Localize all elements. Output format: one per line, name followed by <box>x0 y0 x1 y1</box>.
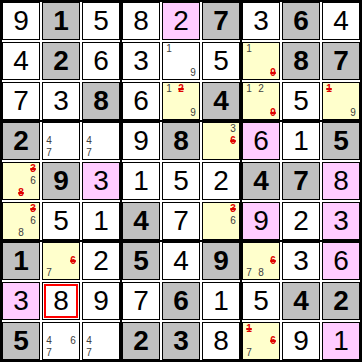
solved-digit: 9 <box>243 203 279 239</box>
candidate: 7 <box>43 267 55 279</box>
cell-r6c4[interactable]: 4 <box>122 202 160 240</box>
eliminated-candidate: 3 <box>27 203 39 215</box>
cell-r4c4[interactable]: 9 <box>122 122 160 160</box>
cell-r3c1[interactable]: 7 <box>2 82 40 120</box>
solved-digit: 1 <box>123 163 159 199</box>
given-digit: 4 <box>283 283 319 319</box>
cell-r1c2[interactable]: 1 <box>42 2 80 40</box>
solved-digit: 5 <box>243 283 279 319</box>
cell-r6c7[interactable]: 9 <box>242 202 280 240</box>
solved-digit: 4 <box>323 3 359 39</box>
solved-digit: 7 <box>123 283 159 319</box>
solved-digit: 6 <box>123 83 159 119</box>
candidate: 7 <box>243 347 255 359</box>
cell-r2c8[interactable]: 8 <box>282 42 320 80</box>
given-digit: 1 <box>43 3 79 39</box>
candidate: 4 <box>43 335 55 347</box>
given-digit: 9 <box>203 243 239 279</box>
cell-r5c7[interactable]: 4 <box>242 162 280 200</box>
cell-r6c6[interactable]: 36 <box>202 202 240 240</box>
given-digit: 5 <box>3 323 39 359</box>
cell-r5c1[interactable]: 368 <box>2 162 40 200</box>
cell-r4c5[interactable]: 8 <box>162 122 200 160</box>
cell-r9c3[interactable]: 47 <box>82 322 120 360</box>
cell-r2c7[interactable]: 19 <box>242 42 280 80</box>
cell-r4c2[interactable]: 47 <box>42 122 80 160</box>
cell-r7c9[interactable]: 6 <box>322 242 360 280</box>
cell-r2c4[interactable]: 3 <box>122 42 160 80</box>
solved-digit: 3 <box>323 203 359 239</box>
solved-digit: 6 <box>243 123 279 159</box>
solved-digit: 6 <box>323 243 359 279</box>
solved-digit: 3 <box>283 243 319 279</box>
cell-r6c8[interactable]: 2 <box>282 202 320 240</box>
cell-r3c4[interactable]: 6 <box>122 82 160 120</box>
cell-r4c6[interactable]: 36 <box>202 122 240 160</box>
eliminated-candidate: 6 <box>267 335 279 347</box>
given-digit: 1 <box>3 243 39 279</box>
solved-digit: 2 <box>283 203 319 239</box>
cell-r5c6[interactable]: 2 <box>202 162 240 200</box>
cell-r8c5[interactable]: 6 <box>162 282 200 320</box>
candidate: 1 <box>163 43 175 55</box>
eliminated-candidate: 2 <box>175 83 187 95</box>
cell-r3c2[interactable]: 3 <box>42 82 80 120</box>
given-digit: 4 <box>243 163 279 199</box>
candidate-grid: 678 <box>243 243 279 279</box>
solved-digit: 1 <box>283 123 319 159</box>
given-digit: 8 <box>283 43 319 79</box>
given-digit: 8 <box>83 83 119 119</box>
cell-r9c2[interactable]: 467 <box>42 322 80 360</box>
solved-digit: 3 <box>243 3 279 39</box>
solved-digit: 5 <box>43 203 79 239</box>
cell-r5c4[interactable]: 1 <box>122 162 160 200</box>
cell-r9c7[interactable]: 167 <box>242 322 280 360</box>
candidate: 9 <box>187 67 199 79</box>
candidate: 8 <box>255 267 267 279</box>
given-digit: 2 <box>123 323 159 359</box>
solved-digit: 5 <box>203 43 239 79</box>
cell-r9c5[interactable]: 3 <box>162 322 200 360</box>
candidate-grid: 47 <box>43 123 79 159</box>
cell-r9c1[interactable]: 5 <box>2 322 40 360</box>
cell-r8c8[interactable]: 4 <box>282 282 320 320</box>
candidate-grid: 67 <box>43 243 79 279</box>
cell-r8c6[interactable]: 1 <box>202 282 240 320</box>
solved-digit: 4 <box>163 243 199 279</box>
solved-digit: 2 <box>83 243 119 279</box>
candidate: 1 <box>243 43 255 55</box>
solved-digit: 3 <box>43 83 79 119</box>
cell-r8c4[interactable]: 7 <box>122 282 160 320</box>
cell-r5c5[interactable]: 5 <box>162 162 200 200</box>
candidate-grid: 36 <box>203 203 239 239</box>
cell-r3c8[interactable]: 5 <box>282 82 320 120</box>
cell-r4c1[interactable]: 2 <box>2 122 40 160</box>
candidate: 9 <box>187 107 199 119</box>
solved-digit: 2 <box>203 163 239 199</box>
candidate-grid: 19 <box>163 43 199 79</box>
cell-r1c9[interactable]: 4 <box>322 2 360 40</box>
cell-r4c9[interactable]: 5 <box>322 122 360 160</box>
given-digit: 2 <box>323 283 359 319</box>
cell-r7c6[interactable]: 9 <box>202 242 240 280</box>
candidate: 7 <box>43 147 55 159</box>
solved-digit: 8 <box>123 3 159 39</box>
candidate: 7 <box>43 347 55 359</box>
given-digit: 4 <box>203 83 239 119</box>
cell-r5c9[interactable]: 8 <box>322 162 360 200</box>
candidate-grid: 467 <box>43 323 79 359</box>
given-digit: 2 <box>3 123 39 159</box>
solved-digit: 9 <box>83 283 119 319</box>
candidate: 7 <box>83 347 95 359</box>
eliminated-candidate: 9 <box>267 67 279 79</box>
cell-r7c8[interactable]: 3 <box>282 242 320 280</box>
cell-r8c2[interactable]: 8 <box>42 282 80 320</box>
cell-r2c5[interactable]: 19 <box>162 42 200 80</box>
cell-r6c1[interactable]: 368 <box>2 202 40 240</box>
solved-digit: 2 <box>163 3 199 39</box>
cell-r9c9[interactable]: 1 <box>322 322 360 360</box>
candidate: 3 <box>227 123 239 135</box>
cell-r3c7[interactable]: 129 <box>242 82 280 120</box>
candidate: 2 <box>255 83 267 95</box>
cell-r1c3[interactable]: 5 <box>82 2 120 40</box>
eliminated-candidate: 3 <box>227 203 239 215</box>
eliminated-candidate: 1 <box>323 83 335 95</box>
cell-r1c5[interactable]: 2 <box>162 2 200 40</box>
solved-digit: 3 <box>3 283 39 319</box>
eliminated-candidate: 8 <box>15 187 27 199</box>
eliminated-candidate: 6 <box>267 255 279 267</box>
solved-digit: 5 <box>163 163 199 199</box>
cell-r7c7[interactable]: 678 <box>242 242 280 280</box>
cell-r7c4[interactable]: 5 <box>122 242 160 280</box>
cell-r9c6[interactable]: 8 <box>202 322 240 360</box>
given-digit: 2 <box>43 43 79 79</box>
cell-r5c2[interactable]: 9 <box>42 162 80 200</box>
candidate-grid: 19 <box>323 83 359 119</box>
solved-digit: 9 <box>123 123 159 159</box>
given-digit: 7 <box>283 163 319 199</box>
sudoku-board: 9158273644263195198773861294129519247479… <box>0 0 362 362</box>
solved-digit: 8 <box>203 323 239 359</box>
cell-r2c3[interactable]: 6 <box>82 42 120 80</box>
solved-digit: 3 <box>83 163 119 199</box>
cell-r2c6[interactable]: 5 <box>202 42 240 80</box>
cell-r2c2[interactable]: 2 <box>42 42 80 80</box>
given-digit: 5 <box>123 243 159 279</box>
cell-r3c5[interactable]: 129 <box>162 82 200 120</box>
solved-digit: 1 <box>83 203 119 239</box>
cell-r8c1[interactable]: 3 <box>2 282 40 320</box>
cell-r7c2[interactable]: 67 <box>42 242 80 280</box>
cell-r9c4[interactable]: 2 <box>122 322 160 360</box>
solved-digit: 9 <box>3 3 39 39</box>
given-digit: 7 <box>323 43 359 79</box>
cell-r1c6[interactable]: 7 <box>202 2 240 40</box>
cell-r9c8[interactable]: 9 <box>282 322 320 360</box>
candidate-grid: 368 <box>3 163 39 199</box>
cell-r7c1[interactable]: 1 <box>2 242 40 280</box>
solved-digit: 8 <box>323 163 359 199</box>
solved-digit: 9 <box>283 323 319 359</box>
candidate: 8 <box>15 227 27 239</box>
candidate-grid: 36 <box>203 123 239 159</box>
candidate-grid: 19 <box>243 43 279 79</box>
cell-r6c2[interactable]: 5 <box>42 202 80 240</box>
candidate-grid: 167 <box>243 323 279 359</box>
given-digit: 9 <box>43 163 79 199</box>
cell-r5c3[interactable]: 3 <box>82 162 120 200</box>
cell-r3c3[interactable]: 8 <box>82 82 120 120</box>
solved-digit: 4 <box>3 43 39 79</box>
cell-r6c5[interactable]: 7 <box>162 202 200 240</box>
cell-r5c8[interactable]: 7 <box>282 162 320 200</box>
candidate: 6 <box>27 215 39 227</box>
solved-digit: 1 <box>323 323 359 359</box>
cell-r1c8[interactable]: 6 <box>282 2 320 40</box>
cell-r8c3[interactable]: 9 <box>82 282 120 320</box>
candidate: 6 <box>67 335 79 347</box>
candidate-grid: 129 <box>243 83 279 119</box>
sudoku-grid: 9158273644263195198773861294129519247479… <box>2 2 360 360</box>
candidate: 4 <box>83 135 95 147</box>
given-digit: 4 <box>123 203 159 239</box>
given-digit: 6 <box>283 3 319 39</box>
eliminated-candidate: 1 <box>243 323 255 335</box>
candidate: 7 <box>83 147 95 159</box>
solved-digit: 6 <box>83 43 119 79</box>
given-digit: 8 <box>163 123 199 159</box>
cell-r7c5[interactable]: 4 <box>162 242 200 280</box>
solved-digit: 5 <box>283 83 319 119</box>
eliminated-candidate: 6 <box>227 135 239 147</box>
solved-digit: 8 <box>43 283 79 319</box>
candidate: 6 <box>227 215 239 227</box>
candidate: 1 <box>243 83 255 95</box>
solved-digit: 3 <box>123 43 159 79</box>
cell-r2c9[interactable]: 7 <box>322 42 360 80</box>
cell-r6c9[interactable]: 3 <box>322 202 360 240</box>
cell-r8c9[interactable]: 2 <box>322 282 360 320</box>
cell-r4c8[interactable]: 1 <box>282 122 320 160</box>
solved-digit: 5 <box>83 3 119 39</box>
given-digit: 5 <box>323 123 359 159</box>
cell-r1c4[interactable]: 8 <box>122 2 160 40</box>
cell-r6c3[interactable]: 1 <box>82 202 120 240</box>
candidate: 7 <box>243 267 255 279</box>
candidate: 9 <box>347 107 359 119</box>
cell-r8c7[interactable]: 5 <box>242 282 280 320</box>
solved-digit: 7 <box>3 83 39 119</box>
given-digit: 7 <box>203 3 239 39</box>
candidate: 6 <box>27 175 39 187</box>
given-digit: 6 <box>163 283 199 319</box>
cell-r4c3[interactable]: 47 <box>82 122 120 160</box>
solved-digit: 1 <box>203 283 239 319</box>
cell-r7c3[interactable]: 2 <box>82 242 120 280</box>
candidate-grid: 129 <box>163 83 199 119</box>
cell-r2c1[interactable]: 4 <box>2 42 40 80</box>
cell-r4c7[interactable]: 6 <box>242 122 280 160</box>
candidate: 4 <box>83 335 95 347</box>
candidate-grid: 47 <box>83 123 119 159</box>
given-digit: 3 <box>163 323 199 359</box>
candidate: 4 <box>43 135 55 147</box>
solved-digit: 7 <box>163 203 199 239</box>
candidate-grid: 47 <box>83 323 119 359</box>
cell-r3c6[interactable]: 4 <box>202 82 240 120</box>
cell-r1c1[interactable]: 9 <box>2 2 40 40</box>
candidate: 1 <box>163 83 175 95</box>
eliminated-candidate: 6 <box>67 255 79 267</box>
cell-r1c7[interactable]: 3 <box>242 2 280 40</box>
eliminated-candidate: 9 <box>267 107 279 119</box>
candidate-grid: 368 <box>3 203 39 239</box>
eliminated-candidate: 3 <box>27 163 39 175</box>
cell-r3c9[interactable]: 19 <box>322 82 360 120</box>
